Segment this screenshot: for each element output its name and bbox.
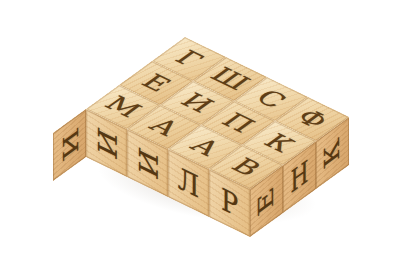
block-letter: Ш [205,64,255,93]
block-letter: Г [170,47,208,70]
block-letter: С [251,87,291,112]
photo-scene: И И И Л Р К Н Е Г Ш С [0,0,399,266]
block-letter: И [135,144,161,183]
block-letter: А [144,115,184,139]
block-letter: А [185,135,225,159]
block-letter: К [259,131,299,156]
block-letter: Н [291,155,309,198]
block-letter: И [94,124,120,163]
block-letter: И [59,124,80,165]
block-letter: П [216,110,259,136]
block-letter: В [226,155,265,179]
block-letter: Ф [291,106,333,131]
block-letter: Е [136,71,175,95]
block-letter: К [322,134,343,172]
block-letter: М [100,93,147,121]
block-letter: Е [256,183,277,220]
block-letter: Р [221,184,238,222]
block-letter: И [175,90,218,116]
block-letter: Л [178,163,199,203]
